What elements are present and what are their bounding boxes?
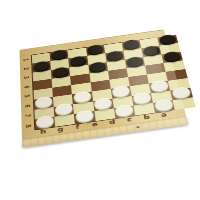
- white-piece-g7[interactable]: ●: [54, 102, 74, 115]
- square-g3[interactable]: ●: [51, 67, 70, 78]
- white-piece-e7[interactable]: ●: [93, 97, 114, 110]
- wooden-frame: ●●●●●●●●●●●●●●●●●●●●●●●● 12345678 hgfedc…: [19, 29, 188, 147]
- white-piece-c7[interactable]: ●: [131, 91, 153, 104]
- square-e3[interactable]: ●: [88, 62, 108, 73]
- square-h6[interactable]: ●: [34, 97, 54, 109]
- square-c3[interactable]: ●: [125, 57, 145, 68]
- square-d2[interactable]: ●: [105, 51, 125, 62]
- black-piece-a1[interactable]: ●: [157, 34, 177, 45]
- wood-knot: [136, 126, 140, 128]
- white-piece-a7[interactable]: ●: [170, 86, 192, 98]
- black-piece-g1[interactable]: ●: [50, 49, 69, 60]
- black-piece-a3[interactable]: ●: [161, 50, 182, 61]
- square-f2[interactable]: ●: [69, 56, 88, 67]
- black-piece-h2[interactable]: ●: [32, 60, 51, 71]
- square-d6[interactable]: ●: [111, 86, 132, 98]
- white-piece-b6[interactable]: ●: [149, 79, 170, 91]
- white-piece-f6[interactable]: ●: [72, 90, 92, 102]
- black-piece-f2[interactable]: ●: [68, 55, 87, 66]
- square-e7[interactable]: ●: [93, 99, 114, 112]
- square-c7[interactable]: ●: [132, 93, 154, 105]
- white-piece-h6[interactable]: ●: [34, 96, 54, 108]
- black-piece-e3[interactable]: ●: [88, 61, 108, 72]
- square-h2[interactable]: ●: [32, 61, 51, 72]
- black-piece-b2[interactable]: ●: [141, 44, 161, 55]
- square-g7[interactable]: ●: [54, 104, 74, 117]
- square-f6[interactable]: ●: [72, 92, 92, 104]
- square-a3[interactable]: ●: [162, 52, 183, 63]
- black-piece-c1[interactable]: ●: [121, 39, 141, 50]
- white-piece-d6[interactable]: ●: [110, 85, 131, 97]
- square-b2[interactable]: ●: [141, 46, 161, 57]
- black-piece-c3[interactable]: ●: [125, 55, 145, 66]
- rank-labels: 12345678: [21, 55, 34, 132]
- square-b6[interactable]: ●: [149, 81, 170, 93]
- black-piece-g3[interactable]: ●: [51, 66, 70, 78]
- black-piece-d2[interactable]: ●: [105, 50, 125, 61]
- square-a7[interactable]: ●: [171, 88, 193, 100]
- black-piece-e1[interactable]: ●: [86, 44, 105, 55]
- board-photo: ●●●●●●●●●●●●●●●●●●●●●●●● 12345678 hgfedc…: [0, 0, 200, 200]
- checkers-board: ●●●●●●●●●●●●●●●●●●●●●●●● 12345678 hgfedc…: [19, 29, 188, 147]
